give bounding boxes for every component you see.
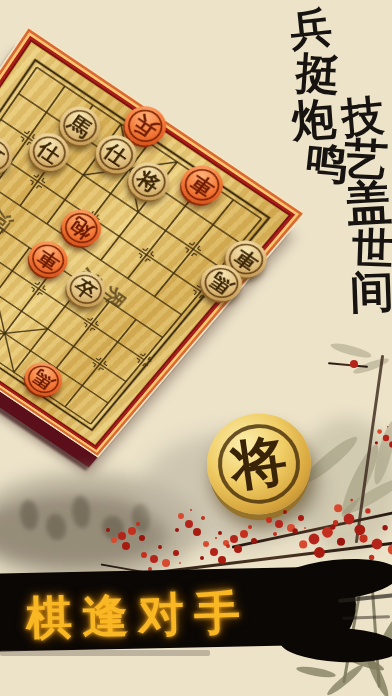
- leaf-wash: [330, 341, 373, 361]
- tree-silhouette: [46, 514, 66, 540]
- calligraphy-char: 间: [349, 269, 392, 315]
- bamboo-leaf: [296, 665, 337, 680]
- ink-painting-background: [0, 378, 392, 696]
- leaf-wash: [352, 356, 390, 377]
- tree-silhouette: [102, 516, 124, 540]
- tree-silhouette: [20, 500, 38, 530]
- calligraphy-char: 兵: [288, 6, 334, 52]
- calligraphy-char: 盖: [345, 179, 392, 227]
- featured-general-char: 将: [226, 424, 292, 505]
- calligraphy-char: 挺: [295, 51, 342, 98]
- tree-silhouette: [72, 496, 90, 528]
- calligraphy-char: 世: [351, 227, 392, 270]
- screenshot-root: 楚 河 漢 界 兵 車 馬 仕 将 車 仕 馬 卒 炮 車 卒 馬: [0, 0, 392, 696]
